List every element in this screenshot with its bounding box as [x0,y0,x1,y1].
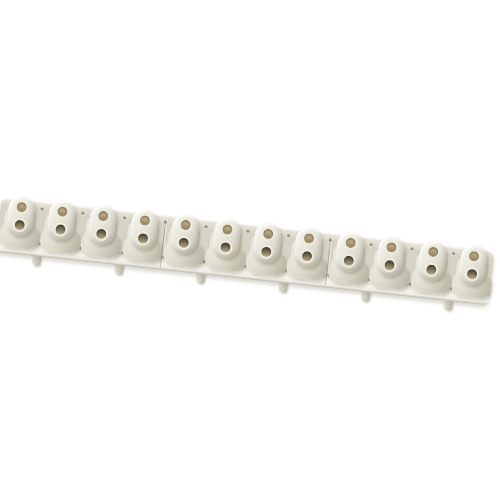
key-dome-7 [245,221,288,277]
contact-well-bottom [94,226,109,241]
key-dome-11 [409,239,452,295]
contact-well-top [178,217,193,232]
contact-well-bottom [464,267,479,282]
contact-well-top [219,222,234,237]
contact-well-bottom [53,222,68,237]
contact-well-bottom [300,249,315,264]
key-dome-4 [121,208,164,264]
key-dome-12 [451,243,494,299]
contact-well-top [260,226,275,241]
rubber-contact-strip [0,194,495,305]
contact-well-top [466,249,481,264]
contact-well-bottom [135,231,150,246]
contact-well-top [55,204,70,219]
product-photo [0,0,500,500]
contact-well-top [137,213,152,228]
contact-well-bottom [382,258,397,273]
contact-well-top [425,244,440,259]
key-dome-9 [327,230,370,286]
key-dome-3 [80,203,123,259]
key-dome-5 [163,212,206,268]
contact-well-top [302,231,317,246]
key-dome-8 [286,225,329,281]
contact-well-top [96,208,111,223]
contact-well-top [343,235,358,250]
contact-well-bottom [341,253,356,268]
contact-well-bottom [12,217,27,232]
key-dome-6 [204,217,247,273]
key-dome-10 [368,234,411,290]
key-dome-2 [39,199,82,255]
contact-well-top [13,199,28,214]
key-dome-1 [0,194,41,250]
contact-well-bottom [217,240,232,255]
contact-well-top [384,240,399,255]
key-domes [2,194,495,248]
contact-well-bottom [258,244,273,259]
contact-well-bottom [176,235,191,250]
contact-well-bottom [423,262,438,277]
